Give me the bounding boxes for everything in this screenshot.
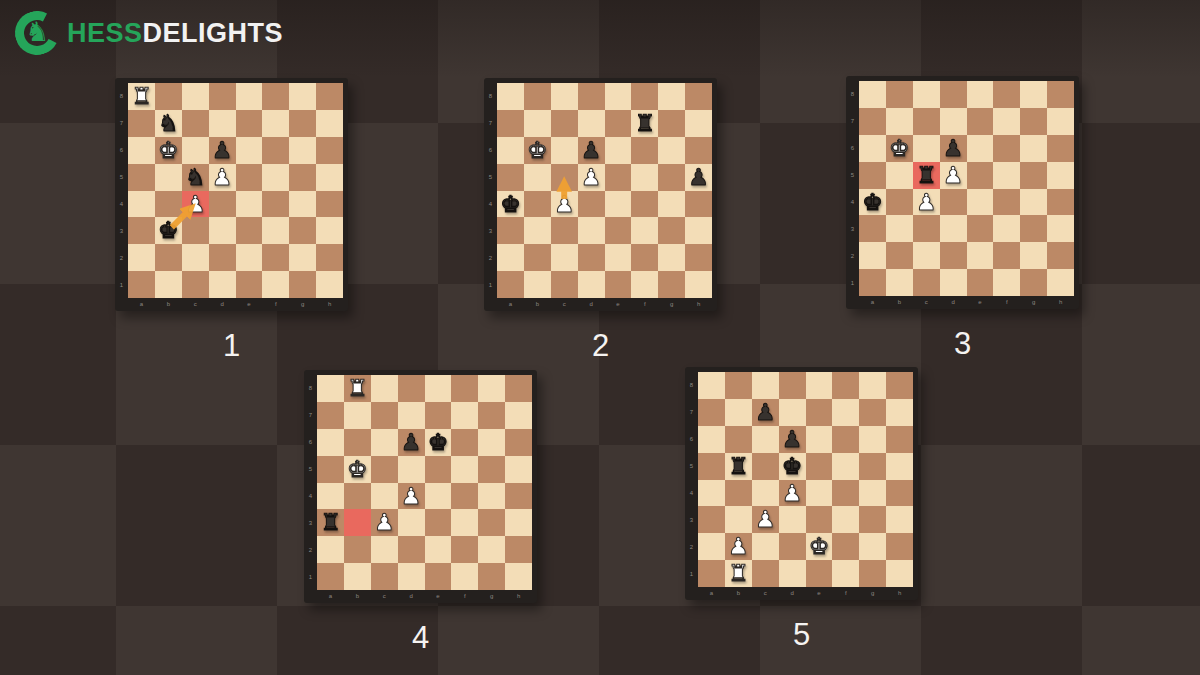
chess-board-4: 87654321 abcdefgh ♜♟♚♚♟♜♟ 4 xyxy=(304,370,537,670)
page-background: { "game": "chess", "position": [ "R7/1n6… xyxy=(0,0,1200,675)
board-frame: 87654321 abcdefgh ♜♟♚♚♟♜♟ xyxy=(304,370,537,603)
file-label-b: b xyxy=(155,298,182,311)
file-label-f: f xyxy=(993,296,1020,309)
rank-label-1: 1 xyxy=(115,271,128,298)
file-label-c: c xyxy=(752,587,779,600)
file-label-e: e xyxy=(806,587,833,600)
file-label-e: e xyxy=(425,590,452,603)
rank-label-4: 4 xyxy=(846,189,859,216)
rank-label-5: 5 xyxy=(304,456,317,483)
chess-board-2: 87654321 abcdefgh ♜♚♟♟♟♚♟ 2 xyxy=(484,78,717,378)
file-label-g: g xyxy=(478,590,505,603)
rank-labels: 87654321 xyxy=(115,83,128,298)
file-label-g: g xyxy=(859,587,886,600)
file-label-g: g xyxy=(658,298,685,311)
file-label-g: g xyxy=(289,298,316,311)
rank-label-1: 1 xyxy=(304,563,317,590)
rank-labels: 87654321 xyxy=(846,81,859,296)
file-labels: abcdefgh xyxy=(859,296,1074,309)
brand-text-green: HESS xyxy=(67,18,143,48)
knight-icon: ♞ xyxy=(25,17,49,47)
file-labels: abcdefgh xyxy=(497,298,712,311)
board-frame: 87654321 abcdefgh ♚♟♜♟♚♟ xyxy=(846,76,1079,309)
file-label-h: h xyxy=(685,298,712,311)
board-number-label: 5 xyxy=(685,617,918,653)
rank-label-7: 7 xyxy=(685,399,698,426)
chess-board-1: 87654321 abcdefgh ♜♞♚♟♞♟♟♚ 1 xyxy=(115,78,348,378)
board-number-label: 3 xyxy=(846,326,1079,362)
rank-label-8: 8 xyxy=(685,372,698,399)
chess-board-3: 87654321 abcdefgh ♚♟♜♟♚♟ 3 xyxy=(846,76,1079,376)
file-labels: abcdefgh xyxy=(128,298,343,311)
rank-label-1: 1 xyxy=(846,269,859,296)
move-arrow-layer xyxy=(859,81,1074,296)
file-label-c: c xyxy=(913,296,940,309)
file-label-d: d xyxy=(578,298,605,311)
rank-label-2: 2 xyxy=(685,533,698,560)
rank-label-7: 7 xyxy=(304,402,317,429)
file-label-f: f xyxy=(631,298,658,311)
brand-text: HESSDELIGHTS xyxy=(67,10,283,56)
rank-label-6: 6 xyxy=(846,135,859,162)
rank-label-3: 3 xyxy=(304,509,317,536)
file-label-b: b xyxy=(725,587,752,600)
rank-label-2: 2 xyxy=(846,242,859,269)
board-frame: 87654321 abcdefgh ♜♚♟♟♟♚♟ xyxy=(484,78,717,311)
file-label-h: h xyxy=(1047,296,1074,309)
rank-labels: 87654321 xyxy=(484,83,497,298)
rank-label-4: 4 xyxy=(304,483,317,510)
board-number-label: 1 xyxy=(115,328,348,364)
file-labels: abcdefgh xyxy=(698,587,913,600)
move-arrow-b3-c4 xyxy=(172,209,190,227)
board-number-label: 2 xyxy=(484,328,717,364)
board-frame: 87654321 abcdefgh ♜♞♚♟♞♟♟♚ xyxy=(115,78,348,311)
file-label-f: f xyxy=(262,298,289,311)
file-label-b: b xyxy=(886,296,913,309)
rank-label-7: 7 xyxy=(115,110,128,137)
file-label-f: f xyxy=(451,590,478,603)
file-label-d: d xyxy=(209,298,236,311)
rank-label-5: 5 xyxy=(685,453,698,480)
rank-label-5: 5 xyxy=(115,164,128,191)
rank-label-7: 7 xyxy=(846,108,859,135)
rank-labels: 87654321 xyxy=(304,375,317,590)
rank-label-8: 8 xyxy=(484,83,497,110)
file-label-a: a xyxy=(497,298,524,311)
file-label-a: a xyxy=(698,587,725,600)
rank-label-1: 1 xyxy=(484,271,497,298)
move-arrow-layer xyxy=(698,372,913,587)
rank-label-6: 6 xyxy=(304,429,317,456)
board-frame: 87654321 abcdefgh ♟♟♜♚♟♟♟♚♜ xyxy=(685,367,918,600)
rank-labels: 87654321 xyxy=(685,372,698,587)
file-label-d: d xyxy=(398,590,425,603)
chess-board-5: 87654321 abcdefgh ♟♟♜♚♟♟♟♚♜ 5 xyxy=(685,367,918,667)
file-label-c: c xyxy=(182,298,209,311)
brand-header: ♞ HESSDELIGHTS xyxy=(14,10,283,56)
file-label-b: b xyxy=(524,298,551,311)
file-label-a: a xyxy=(128,298,155,311)
file-label-h: h xyxy=(505,590,532,603)
file-label-d: d xyxy=(779,587,806,600)
rank-label-7: 7 xyxy=(484,110,497,137)
file-labels: abcdefgh xyxy=(317,590,532,603)
rank-label-4: 4 xyxy=(115,191,128,218)
brand-text-white: DELIGHTS xyxy=(143,18,284,48)
file-label-h: h xyxy=(886,587,913,600)
board-number-label: 4 xyxy=(304,620,537,656)
rank-label-4: 4 xyxy=(484,191,497,218)
file-label-h: h xyxy=(316,298,343,311)
rank-label-8: 8 xyxy=(115,83,128,110)
rank-label-3: 3 xyxy=(685,506,698,533)
file-label-a: a xyxy=(859,296,886,309)
rank-label-2: 2 xyxy=(484,244,497,271)
rank-label-5: 5 xyxy=(846,162,859,189)
rank-label-2: 2 xyxy=(304,536,317,563)
file-label-c: c xyxy=(551,298,578,311)
file-label-f: f xyxy=(832,587,859,600)
move-arrow-layer xyxy=(317,375,532,590)
file-label-e: e xyxy=(605,298,632,311)
file-label-a: a xyxy=(317,590,344,603)
file-label-e: e xyxy=(967,296,994,309)
move-arrow-layer xyxy=(497,83,712,298)
rank-label-6: 6 xyxy=(115,137,128,164)
file-label-c: c xyxy=(371,590,398,603)
rank-label-5: 5 xyxy=(484,164,497,191)
file-label-b: b xyxy=(344,590,371,603)
file-label-g: g xyxy=(1020,296,1047,309)
rank-label-6: 6 xyxy=(484,137,497,164)
rank-label-3: 3 xyxy=(115,217,128,244)
file-label-d: d xyxy=(940,296,967,309)
file-label-e: e xyxy=(236,298,263,311)
rank-label-3: 3 xyxy=(846,215,859,242)
knight-c-logo-icon: ♞ xyxy=(14,10,60,56)
rank-label-6: 6 xyxy=(685,426,698,453)
rank-label-2: 2 xyxy=(115,244,128,271)
move-arrow-layer xyxy=(128,83,343,298)
rank-label-4: 4 xyxy=(685,480,698,507)
rank-label-8: 8 xyxy=(304,375,317,402)
rank-label-1: 1 xyxy=(685,560,698,587)
rank-label-8: 8 xyxy=(846,81,859,108)
rank-label-3: 3 xyxy=(484,217,497,244)
